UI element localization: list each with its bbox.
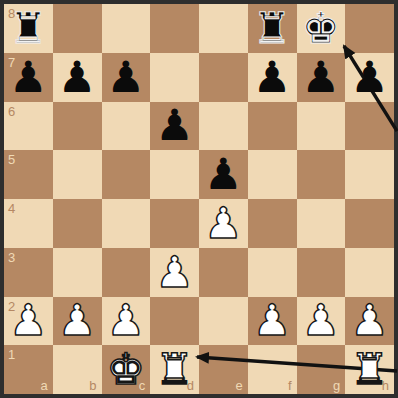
black-pawn-f7[interactable]: ♟ bbox=[248, 53, 297, 102]
black-rook-f8[interactable]: ♜ bbox=[248, 4, 297, 53]
file-label-f: f bbox=[288, 379, 292, 392]
square-e1[interactable]: e bbox=[199, 345, 248, 394]
square-c3[interactable] bbox=[102, 248, 151, 297]
file-label-b: b bbox=[89, 379, 96, 392]
black-rook-a8[interactable]: ♜ bbox=[4, 4, 53, 53]
square-d2[interactable] bbox=[150, 297, 199, 346]
square-a4[interactable]: 4 bbox=[4, 199, 53, 248]
square-a5[interactable]: 5 bbox=[4, 150, 53, 199]
square-a1[interactable]: 1a bbox=[4, 345, 53, 394]
square-h3[interactable] bbox=[345, 248, 394, 297]
square-d8[interactable] bbox=[150, 4, 199, 53]
white-pawn-f2[interactable]: ♟ bbox=[248, 297, 297, 346]
square-b3[interactable] bbox=[53, 248, 102, 297]
square-h8[interactable] bbox=[345, 4, 394, 53]
white-king-c1[interactable]: ♚ bbox=[102, 345, 151, 394]
square-e8[interactable] bbox=[199, 4, 248, 53]
black-pawn-b7[interactable]: ♟ bbox=[53, 53, 102, 102]
black-pawn-g7[interactable]: ♟ bbox=[297, 53, 346, 102]
square-f3[interactable] bbox=[248, 248, 297, 297]
square-d4[interactable] bbox=[150, 199, 199, 248]
square-g6[interactable] bbox=[297, 102, 346, 151]
white-pawn-a2[interactable]: ♟ bbox=[4, 297, 53, 346]
square-d5[interactable] bbox=[150, 150, 199, 199]
black-pawn-d6[interactable]: ♟ bbox=[150, 102, 199, 151]
black-pawn-h7[interactable]: ♟ bbox=[345, 53, 394, 102]
square-e2[interactable] bbox=[199, 297, 248, 346]
chess-board: 87654321abcdefgh ♜♜♚♟♟♟♟♟♟♟♟♟♟♟♟♟♟♟♟♚♜♜ bbox=[0, 0, 398, 398]
square-e6[interactable] bbox=[199, 102, 248, 151]
white-rook-h1[interactable]: ♜ bbox=[345, 345, 394, 394]
square-b4[interactable] bbox=[53, 199, 102, 248]
square-g3[interactable] bbox=[297, 248, 346, 297]
square-e7[interactable] bbox=[199, 53, 248, 102]
square-f1[interactable]: f bbox=[248, 345, 297, 394]
white-pawn-g2[interactable]: ♟ bbox=[297, 297, 346, 346]
square-c6[interactable] bbox=[102, 102, 151, 151]
white-pawn-e4[interactable]: ♟ bbox=[199, 199, 248, 248]
square-a6[interactable]: 6 bbox=[4, 102, 53, 151]
square-h4[interactable] bbox=[345, 199, 394, 248]
white-rook-d1[interactable]: ♜ bbox=[150, 345, 199, 394]
square-g4[interactable] bbox=[297, 199, 346, 248]
rank-label-6: 6 bbox=[8, 105, 15, 118]
square-h6[interactable] bbox=[345, 102, 394, 151]
square-b8[interactable] bbox=[53, 4, 102, 53]
white-pawn-h2[interactable]: ♟ bbox=[345, 297, 394, 346]
square-b1[interactable]: b bbox=[53, 345, 102, 394]
white-pawn-b2[interactable]: ♟ bbox=[53, 297, 102, 346]
square-h5[interactable] bbox=[345, 150, 394, 199]
square-b5[interactable] bbox=[53, 150, 102, 199]
square-a3[interactable]: 3 bbox=[4, 248, 53, 297]
square-f5[interactable] bbox=[248, 150, 297, 199]
white-pawn-c2[interactable]: ♟ bbox=[102, 297, 151, 346]
square-g5[interactable] bbox=[297, 150, 346, 199]
square-f6[interactable] bbox=[248, 102, 297, 151]
square-d7[interactable] bbox=[150, 53, 199, 102]
black-king-g8[interactable]: ♚ bbox=[297, 4, 346, 53]
file-label-a: a bbox=[41, 379, 48, 392]
rank-label-3: 3 bbox=[8, 251, 15, 264]
file-label-g: g bbox=[333, 379, 340, 392]
black-pawn-c7[interactable]: ♟ bbox=[102, 53, 151, 102]
white-pawn-d3[interactable]: ♟ bbox=[150, 248, 199, 297]
black-pawn-a7[interactable]: ♟ bbox=[4, 53, 53, 102]
square-c8[interactable] bbox=[102, 4, 151, 53]
square-f4[interactable] bbox=[248, 199, 297, 248]
square-e3[interactable] bbox=[199, 248, 248, 297]
rank-label-5: 5 bbox=[8, 153, 15, 166]
square-b6[interactable] bbox=[53, 102, 102, 151]
square-c5[interactable] bbox=[102, 150, 151, 199]
square-g1[interactable]: g bbox=[297, 345, 346, 394]
file-label-e: e bbox=[236, 379, 243, 392]
black-pawn-e5[interactable]: ♟ bbox=[199, 150, 248, 199]
square-c4[interactable] bbox=[102, 199, 151, 248]
rank-label-1: 1 bbox=[8, 348, 15, 361]
rank-label-4: 4 bbox=[8, 202, 15, 215]
